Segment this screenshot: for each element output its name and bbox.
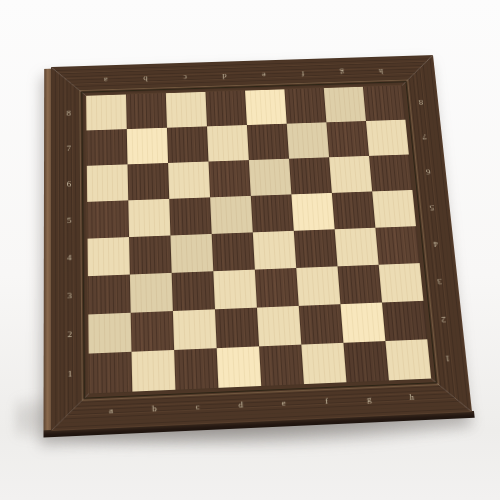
square-c7: [167, 126, 209, 163]
file-label-top-e: e: [243, 61, 284, 90]
square-b8: [126, 93, 167, 129]
square-f8: [284, 88, 326, 124]
rank-label-left-4: 4: [52, 239, 87, 278]
square-a7: [86, 129, 127, 166]
square-g8: [324, 87, 366, 123]
square-b1: [131, 350, 175, 392]
file-label-top-b: b: [125, 64, 165, 93]
square-g6: [329, 156, 372, 193]
rank-label-left-6: 6: [52, 166, 86, 203]
board-perspective-wrapper: aabbccddeeffgghh8877665544332211: [0, 0, 500, 500]
file-label-top-c: c: [165, 63, 206, 92]
square-c1: [174, 348, 218, 390]
square-b5: [128, 199, 170, 237]
square-g1: [343, 341, 388, 382]
square-b4: [129, 235, 172, 274]
square-g7: [326, 121, 369, 157]
file-label-bottom-c: c: [175, 389, 219, 425]
square-b6: [128, 163, 170, 200]
square-g2: [340, 302, 385, 342]
square-h2: [382, 301, 427, 341]
square-d4: [212, 232, 255, 271]
file-label-top-a: a: [86, 65, 126, 94]
square-d1: [217, 346, 262, 387]
square-g5: [332, 191, 376, 229]
square-h3: [379, 263, 424, 302]
file-label-bottom-e: e: [261, 385, 306, 420]
square-f6: [289, 157, 332, 194]
square-b2: [131, 311, 174, 352]
square-d8: [205, 91, 246, 127]
file-label-bottom-h: h: [389, 380, 435, 415]
file-label-bottom-f: f: [304, 383, 349, 418]
file-label-top-g: g: [322, 58, 363, 87]
square-h5: [372, 190, 416, 228]
square-f4: [294, 229, 338, 268]
square-e2: [257, 306, 301, 346]
square-c2: [173, 309, 217, 350]
square-a4: [88, 237, 130, 276]
file-label-bottom-a: a: [89, 393, 133, 429]
square-a5: [87, 200, 129, 238]
rank-label-left-8: 8: [52, 96, 86, 132]
board-left-side-face: [44, 69, 53, 437]
square-c4: [170, 234, 213, 273]
square-e5: [251, 194, 294, 232]
square-e1: [259, 345, 304, 386]
square-d2: [215, 308, 259, 349]
square-c8: [166, 92, 207, 128]
square-a2: [88, 313, 131, 354]
square-d5: [210, 196, 253, 234]
square-c3: [172, 271, 215, 311]
chess-board: aabbccddeeffgghh8877665544332211: [51, 55, 472, 431]
square-f3: [296, 266, 340, 306]
square-e6: [249, 159, 292, 196]
square-f7: [287, 122, 329, 158]
file-label-top-h: h: [360, 57, 402, 86]
file-label-top-f: f: [283, 59, 324, 88]
rank-label-right-8: 8: [403, 84, 439, 119]
square-h1: [385, 339, 431, 380]
square-a8: [86, 94, 127, 130]
square-a3: [88, 275, 131, 315]
square-b7: [127, 128, 168, 165]
square-f5: [291, 193, 334, 231]
square-e4: [253, 231, 296, 270]
file-label-top-d: d: [204, 62, 245, 91]
file-label-bottom-d: d: [218, 387, 263, 422]
square-h4: [375, 226, 419, 265]
square-b3: [130, 273, 173, 313]
square-d7: [207, 125, 249, 161]
square-h7: [366, 120, 409, 156]
square-g4: [335, 228, 379, 267]
rank-label-right-7: 7: [406, 119, 442, 155]
square-f1: [301, 343, 346, 384]
square-d6: [209, 160, 251, 197]
square-e8: [245, 89, 287, 125]
rank-label-right-4: 4: [417, 225, 455, 263]
square-h8: [363, 86, 405, 121]
square-c6: [168, 162, 210, 199]
file-label-bottom-b: b: [132, 391, 176, 427]
square-e3: [255, 268, 299, 308]
square-a1: [89, 352, 133, 394]
square-d3: [213, 270, 257, 310]
rank-label-left-5: 5: [52, 202, 87, 240]
playing-field: [86, 86, 431, 394]
square-f2: [299, 304, 344, 344]
square-c5: [169, 197, 211, 235]
rank-label-right-5: 5: [413, 189, 450, 226]
rank-label-left-1: 1: [52, 354, 88, 396]
rank-label-right-6: 6: [410, 153, 447, 190]
square-e7: [247, 124, 289, 160]
square-a6: [87, 164, 128, 201]
rank-label-right-2: 2: [424, 299, 462, 339]
square-h6: [369, 154, 412, 191]
rank-label-left-3: 3: [52, 276, 87, 316]
rank-label-left-7: 7: [52, 130, 86, 167]
coordinate-labels: aabbccddeeffgghh8877665544332211: [51, 55, 433, 67]
rank-label-right-1: 1: [428, 338, 467, 379]
file-label-bottom-g: g: [347, 381, 392, 416]
rank-label-right-3: 3: [421, 262, 459, 301]
rank-label-left-2: 2: [52, 315, 88, 356]
square-g3: [338, 265, 382, 304]
product-photo-stage: aabbccddeeffgghh8877665544332211: [0, 0, 500, 500]
